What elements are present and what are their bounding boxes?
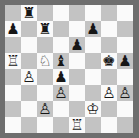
square-f7[interactable]: ♟: [85, 21, 101, 37]
square-a7[interactable]: ♟: [5, 21, 21, 37]
black-pawn-a7: ♟: [6, 21, 19, 37]
square-d7[interactable]: [53, 21, 69, 37]
square-a2[interactable]: [5, 101, 21, 117]
square-h8[interactable]: [117, 5, 133, 21]
square-c1[interactable]: [37, 117, 53, 133]
square-b4[interactable]: ♙: [21, 69, 37, 85]
black-rook-b8: ♜: [22, 5, 35, 21]
white-pawn-d3: ♙: [54, 85, 67, 101]
white-knight-c5: ♘: [38, 53, 51, 69]
square-d1[interactable]: [53, 117, 69, 133]
square-d3[interactable]: ♙: [53, 85, 69, 101]
square-e8[interactable]: [69, 5, 85, 21]
black-rook-c7: ♜: [38, 21, 51, 37]
square-a3[interactable]: [5, 85, 21, 101]
black-pawn-f7: ♟: [86, 21, 99, 37]
square-b7[interactable]: [21, 21, 37, 37]
white-pawn-g3: ♙: [102, 85, 115, 101]
square-h5[interactable]: ♟: [117, 53, 133, 69]
square-g5[interactable]: ♚: [101, 53, 117, 69]
square-e3[interactable]: [69, 85, 85, 101]
square-d2[interactable]: [53, 101, 69, 117]
square-c4[interactable]: [37, 69, 53, 85]
square-e4[interactable]: [69, 69, 85, 85]
black-bishop-d5: ♝: [54, 53, 67, 69]
chess-board: ♜♟♜♟♟♖♘♝♚♟♙♟♙♙♙♙♔♖: [5, 5, 133, 133]
square-b6[interactable]: [21, 37, 37, 53]
white-rook-e1: ♖: [70, 117, 83, 133]
square-a1[interactable]: [5, 117, 21, 133]
black-king-g5: ♚: [102, 53, 115, 69]
square-a4[interactable]: [5, 69, 21, 85]
square-b1[interactable]: [21, 117, 37, 133]
square-e5[interactable]: [69, 53, 85, 69]
black-pawn-e6: ♟: [70, 37, 83, 53]
white-pawn-h3: ♙: [118, 85, 131, 101]
white-pawn-b4: ♙: [22, 69, 35, 85]
square-c5[interactable]: ♘: [37, 53, 53, 69]
square-f6[interactable]: [85, 37, 101, 53]
white-pawn-c2: ♙: [38, 101, 51, 117]
square-g7[interactable]: [101, 21, 117, 37]
square-f5[interactable]: [85, 53, 101, 69]
square-b8[interactable]: ♜: [21, 5, 37, 21]
square-h7[interactable]: [117, 21, 133, 37]
square-e6[interactable]: ♟: [69, 37, 85, 53]
black-pawn-d4: ♟: [54, 69, 67, 85]
square-f1[interactable]: [85, 117, 101, 133]
black-pawn-h5: ♟: [118, 53, 131, 69]
square-h3[interactable]: ♙: [117, 85, 133, 101]
white-king-f2: ♔: [86, 101, 99, 117]
square-h1[interactable]: [117, 117, 133, 133]
square-f2[interactable]: ♔: [85, 101, 101, 117]
chess-board-frame: ♜♟♜♟♟♖♘♝♚♟♙♟♙♙♙♙♔♖: [0, 0, 139, 138]
square-h2[interactable]: [117, 101, 133, 117]
square-a5[interactable]: ♖: [5, 53, 21, 69]
square-c7[interactable]: ♜: [37, 21, 53, 37]
square-f4[interactable]: [85, 69, 101, 85]
white-rook-a5: ♖: [6, 53, 19, 69]
square-g2[interactable]: [101, 101, 117, 117]
square-d8[interactable]: [53, 5, 69, 21]
square-g3[interactable]: ♙: [101, 85, 117, 101]
square-g8[interactable]: [101, 5, 117, 21]
square-e1[interactable]: ♖: [69, 117, 85, 133]
square-b2[interactable]: [21, 101, 37, 117]
square-g1[interactable]: [101, 117, 117, 133]
square-b3[interactable]: [21, 85, 37, 101]
square-c2[interactable]: ♙: [37, 101, 53, 117]
